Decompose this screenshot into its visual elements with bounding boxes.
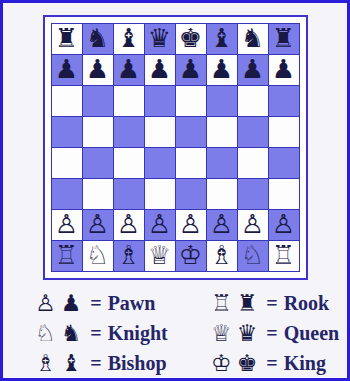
square-c7[interactable]: ♟	[114, 55, 144, 85]
black-rook-icon: ♜	[237, 292, 258, 315]
legend-row-queen: ♕ ♛ = Queen	[211, 321, 339, 346]
white-pawn-icon: ♙	[35, 292, 56, 315]
white-pawn: ♙	[241, 211, 264, 237]
square-g8[interactable]: ♞	[238, 24, 268, 54]
black-bishop: ♝	[117, 25, 140, 51]
equals-sign: =	[90, 352, 101, 375]
square-a1[interactable]: ♖	[52, 241, 82, 271]
square-f1[interactable]: ♗	[207, 241, 237, 271]
square-e6[interactable]	[176, 86, 206, 116]
square-e5[interactable]	[176, 117, 206, 147]
square-c5[interactable]	[114, 117, 144, 147]
square-d1[interactable]: ♕	[145, 241, 175, 271]
white-knight: ♘	[86, 242, 109, 268]
square-e2[interactable]: ♙	[176, 210, 206, 240]
square-g2[interactable]: ♙	[238, 210, 268, 240]
white-rook: ♖	[272, 242, 295, 268]
white-bishop: ♗	[117, 242, 140, 268]
square-a3[interactable]	[52, 179, 82, 209]
legend: ♙ ♟ = Pawn ♘ ♞ = Knight ♗ ♝ = Bishop ♖ ♜	[35, 291, 347, 376]
square-b8[interactable]: ♞	[83, 24, 113, 54]
black-knight-icon: ♞	[61, 322, 82, 345]
square-e8[interactable]: ♚	[176, 24, 206, 54]
square-g3[interactable]	[238, 179, 268, 209]
black-pawn: ♟	[241, 56, 264, 82]
legend-row-bishop: ♗ ♝ = Bishop	[35, 351, 187, 376]
equals-sign: =	[266, 292, 277, 315]
square-d3[interactable]	[145, 179, 175, 209]
white-rook: ♖	[55, 242, 78, 268]
white-bishop-icon: ♗	[35, 352, 56, 375]
square-c1[interactable]: ♗	[114, 241, 144, 271]
square-c3[interactable]	[114, 179, 144, 209]
equals-sign: =	[90, 292, 101, 315]
black-knight: ♞	[241, 25, 264, 51]
white-queen-icon: ♕	[211, 322, 232, 345]
chess-lesson-page: ♜♞♝♛♚♝♞♜♟♟♟♟♟♟♟♟♙♙♙♙♙♙♙♙♖♘♗♕♔♗♘♖ ♙ ♟ = P…	[0, 0, 350, 381]
black-king-icon: ♚	[237, 352, 258, 375]
white-king: ♔	[179, 242, 202, 268]
square-h4[interactable]	[269, 148, 299, 178]
black-pawn-icon: ♟	[61, 292, 82, 315]
black-queen: ♛	[148, 25, 171, 51]
legend-label-knight: Knight	[108, 322, 168, 345]
square-d4[interactable]	[145, 148, 175, 178]
square-f2[interactable]: ♙	[207, 210, 237, 240]
white-pawn: ♙	[272, 211, 295, 237]
square-f6[interactable]	[207, 86, 237, 116]
square-d7[interactable]: ♟	[145, 55, 175, 85]
square-c2[interactable]: ♙	[114, 210, 144, 240]
equals-sign: =	[266, 352, 277, 375]
black-pawn: ♟	[272, 56, 295, 82]
square-c4[interactable]	[114, 148, 144, 178]
square-b6[interactable]	[83, 86, 113, 116]
legend-label-king: King	[284, 352, 326, 375]
square-f3[interactable]	[207, 179, 237, 209]
legend-row-knight: ♘ ♞ = Knight	[35, 321, 187, 346]
square-b3[interactable]	[83, 179, 113, 209]
square-g4[interactable]	[238, 148, 268, 178]
black-queen-icon: ♛	[237, 322, 258, 345]
square-b1[interactable]: ♘	[83, 241, 113, 271]
square-a7[interactable]: ♟	[52, 55, 82, 85]
square-a4[interactable]	[52, 148, 82, 178]
square-h7[interactable]: ♟	[269, 55, 299, 85]
square-e4[interactable]	[176, 148, 206, 178]
black-knight: ♞	[86, 25, 109, 51]
white-pawn: ♙	[179, 211, 202, 237]
square-c6[interactable]	[114, 86, 144, 116]
square-h1[interactable]: ♖	[269, 241, 299, 271]
black-pawn: ♟	[86, 56, 109, 82]
square-a6[interactable]	[52, 86, 82, 116]
square-g6[interactable]	[238, 86, 268, 116]
square-a2[interactable]: ♙	[52, 210, 82, 240]
square-h2[interactable]: ♙	[269, 210, 299, 240]
white-knight: ♘	[241, 242, 264, 268]
legend-label-bishop: Bishop	[108, 352, 167, 375]
square-g1[interactable]: ♘	[238, 241, 268, 271]
square-f8[interactable]: ♝	[207, 24, 237, 54]
black-rook: ♜	[272, 25, 295, 51]
black-king: ♚	[179, 25, 202, 51]
white-king-icon: ♔	[211, 352, 232, 375]
legend-label-pawn: Pawn	[108, 292, 156, 315]
square-c8[interactable]: ♝	[114, 24, 144, 54]
square-e3[interactable]	[176, 179, 206, 209]
square-e1[interactable]: ♔	[176, 241, 206, 271]
equals-sign: =	[90, 322, 101, 345]
legend-row-pawn: ♙ ♟ = Pawn	[35, 291, 187, 316]
square-b2[interactable]: ♙	[83, 210, 113, 240]
square-b4[interactable]	[83, 148, 113, 178]
square-g7[interactable]: ♟	[238, 55, 268, 85]
chess-board: ♜♞♝♛♚♝♞♜♟♟♟♟♟♟♟♟♙♙♙♙♙♙♙♙♖♘♗♕♔♗♘♖	[51, 23, 300, 272]
square-d8[interactable]: ♛	[145, 24, 175, 54]
white-pawn: ♙	[55, 211, 78, 237]
white-queen: ♕	[148, 242, 171, 268]
legend-label-queen: Queen	[284, 322, 340, 345]
square-a5[interactable]	[52, 117, 82, 147]
square-d2[interactable]: ♙	[145, 210, 175, 240]
square-a8[interactable]: ♜	[52, 24, 82, 54]
black-pawn: ♟	[179, 56, 202, 82]
legend-row-king: ♔ ♚ = King	[211, 351, 339, 376]
black-bishop-icon: ♝	[61, 352, 82, 375]
black-pawn: ♟	[55, 56, 78, 82]
equals-sign: =	[266, 322, 277, 345]
white-pawn: ♙	[117, 211, 140, 237]
legend-column-right: ♖ ♜ = Rook ♕ ♛ = Queen ♔ ♚ = King	[211, 291, 339, 376]
square-f7[interactable]: ♟	[207, 55, 237, 85]
black-bishop: ♝	[210, 25, 233, 51]
square-d5[interactable]	[145, 117, 175, 147]
white-pawn: ♙	[148, 211, 171, 237]
square-g5[interactable]	[238, 117, 268, 147]
white-bishop: ♗	[210, 242, 233, 268]
black-pawn: ♟	[210, 56, 233, 82]
black-pawn: ♟	[148, 56, 171, 82]
square-f5[interactable]	[207, 117, 237, 147]
legend-column-left: ♙ ♟ = Pawn ♘ ♞ = Knight ♗ ♝ = Bishop	[35, 291, 187, 376]
square-h6[interactable]	[269, 86, 299, 116]
square-h8[interactable]: ♜	[269, 24, 299, 54]
white-rook-icon: ♖	[211, 292, 232, 315]
square-d6[interactable]	[145, 86, 175, 116]
square-e7[interactable]: ♟	[176, 55, 206, 85]
square-h3[interactable]	[269, 179, 299, 209]
legend-label-rook: Rook	[284, 292, 330, 315]
board-frame: ♜♞♝♛♚♝♞♜♟♟♟♟♟♟♟♟♙♙♙♙♙♙♙♙♖♘♗♕♔♗♘♖	[43, 15, 308, 280]
square-h5[interactable]	[269, 117, 299, 147]
white-knight-icon: ♘	[35, 322, 56, 345]
white-pawn: ♙	[86, 211, 109, 237]
legend-row-rook: ♖ ♜ = Rook	[211, 291, 339, 316]
square-f4[interactable]	[207, 148, 237, 178]
black-pawn: ♟	[117, 56, 140, 82]
square-b7[interactable]: ♟	[83, 55, 113, 85]
black-rook: ♜	[55, 25, 78, 51]
square-b5[interactable]	[83, 117, 113, 147]
white-pawn: ♙	[210, 211, 233, 237]
